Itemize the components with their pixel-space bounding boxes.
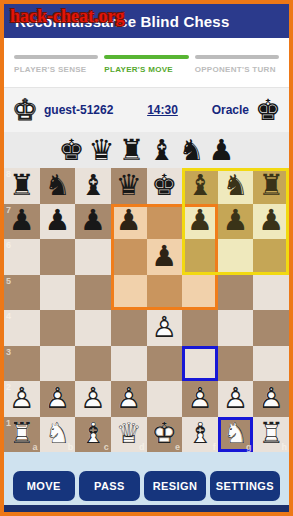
square-c8[interactable]: ♝: [75, 168, 111, 204]
piece-black-queen: ♛: [111, 168, 147, 204]
rank-label-8: 8: [6, 169, 11, 179]
action-panel: MOVE PASS RESIGN SETTINGS: [4, 452, 289, 512]
tray-piece-black-knight[interactable]: ♞: [179, 136, 205, 165]
file-label-h: h: [282, 442, 288, 452]
file-label-a: a: [33, 442, 38, 452]
square-d1[interactable]: ♛♕d: [111, 417, 147, 453]
phase-progress-bar: [14, 55, 98, 59]
pass-button[interactable]: PASS: [79, 471, 141, 501]
file-label-e: e: [175, 442, 180, 452]
square-a6[interactable]: 6: [4, 239, 40, 275]
square-b6[interactable]: [40, 239, 76, 275]
players-bar: ♚ guest-51262 14:30 Oracle ♚: [4, 88, 289, 132]
square-f5[interactable]: [182, 275, 218, 311]
square-b2[interactable]: ♟♙: [40, 381, 76, 417]
square-b3[interactable]: [40, 346, 76, 382]
action-button-row: MOVE PASS RESIGN SETTINGS: [4, 452, 289, 501]
phase-progress-bar: [104, 55, 188, 59]
square-f8[interactable]: ♝: [182, 168, 218, 204]
tray-piece-black-queen[interactable]: ♛: [89, 136, 115, 165]
square-g8[interactable]: ♞: [218, 168, 254, 204]
file-label-d: d: [139, 442, 145, 452]
square-b1[interactable]: ♞♘b: [40, 417, 76, 453]
file-label-c: c: [104, 442, 109, 452]
square-h1[interactable]: ♜♖h: [253, 417, 289, 453]
piece-black-knight: ♞: [40, 168, 76, 204]
square-a2[interactable]: ♟♙2: [4, 381, 40, 417]
bottom-navy-strip: [4, 505, 289, 512]
rank-label-3: 3: [6, 347, 11, 357]
tray-piece-black-bishop[interactable]: ♝: [149, 136, 175, 165]
square-h5[interactable]: [253, 275, 289, 311]
square-c3[interactable]: [75, 346, 111, 382]
square-e5[interactable]: [147, 275, 183, 311]
piece-black-king: ♚: [147, 168, 183, 204]
piece-black-bishop: ♝: [75, 168, 111, 204]
rank-label-5: 5: [6, 276, 11, 286]
tray-piece-black-king[interactable]: ♚: [59, 136, 85, 165]
white-king-icon: ♚: [12, 96, 38, 125]
square-g7[interactable]: ♟: [218, 204, 254, 240]
square-g1[interactable]: ♞♘g: [218, 417, 254, 453]
square-d6[interactable]: [111, 239, 147, 275]
piece-black-rook: ♜: [253, 168, 289, 204]
phase-opponents-turn: OPPONENT'S TURN: [195, 38, 279, 87]
file-label-b: b: [68, 442, 74, 452]
piece-black-pawn: ♟: [111, 204, 147, 240]
turn-phase-indicator: PLAYER'S SENSE PLAYER'S MOVE OPPONENT'S …: [4, 38, 289, 88]
resign-button[interactable]: RESIGN: [144, 471, 206, 501]
piece-white-pawn: ♟♙: [182, 381, 218, 417]
square-e8[interactable]: ♚: [147, 168, 183, 204]
square-b5[interactable]: [40, 275, 76, 311]
square-a1[interactable]: ♜♖1a: [4, 417, 40, 453]
rank-label-2: 2: [6, 382, 11, 392]
square-a5[interactable]: 5: [4, 275, 40, 311]
rank-label-7: 7: [6, 205, 11, 215]
square-c1[interactable]: ♝♗c: [75, 417, 111, 453]
square-f4[interactable]: [182, 310, 218, 346]
move-button[interactable]: MOVE: [13, 471, 75, 501]
app-window: hack-cheat.org Reconnaissance Blind Ches…: [0, 0, 293, 516]
square-d7[interactable]: ♟: [111, 204, 147, 240]
square-d5[interactable]: [111, 275, 147, 311]
rank-label-6: 6: [6, 240, 11, 250]
piece-black-pawn: ♟: [182, 204, 218, 240]
square-g5[interactable]: [218, 275, 254, 311]
piece-black-knight: ♞: [218, 168, 254, 204]
square-e1[interactable]: ♚♔e: [147, 417, 183, 453]
black-player-name: Oracle: [212, 103, 249, 117]
square-a4[interactable]: 4: [4, 310, 40, 346]
square-c5[interactable]: [75, 275, 111, 311]
rank-label-1: 1: [6, 418, 11, 428]
square-a8[interactable]: ♜8: [4, 168, 40, 204]
app-header: Reconnaissance Blind Chess: [4, 4, 289, 38]
square-d4[interactable]: [111, 310, 147, 346]
file-label-f: f: [213, 442, 216, 452]
piece-white-pawn: ♟♙: [75, 381, 111, 417]
phase-players-move: PLAYER'S MOVE: [104, 38, 194, 87]
piece-black-bishop: ♝: [182, 168, 218, 204]
square-g2[interactable]: ♟♙: [218, 381, 254, 417]
square-b7[interactable]: ♟: [40, 204, 76, 240]
game-timer: 14:30: [147, 103, 178, 117]
white-player-name: guest-51262: [44, 103, 113, 117]
square-g3[interactable]: [218, 346, 254, 382]
piece-black-pawn: ♟: [75, 204, 111, 240]
square-h7[interactable]: ♟: [253, 204, 289, 240]
square-h6[interactable]: [253, 239, 289, 275]
square-h4[interactable]: [253, 310, 289, 346]
phase-label: OPPONENT'S TURN: [195, 65, 279, 74]
square-e7[interactable]: [147, 204, 183, 240]
piece-black-pawn: ♟: [147, 239, 183, 275]
square-a3[interactable]: 3: [4, 346, 40, 382]
tray-piece-black-rook[interactable]: ♜: [119, 136, 145, 165]
square-f7[interactable]: ♟: [182, 204, 218, 240]
square-d3[interactable]: [111, 346, 147, 382]
file-label-g: g: [246, 442, 252, 452]
square-e3[interactable]: [147, 346, 183, 382]
piece-black-pawn: ♟: [40, 204, 76, 240]
rank-label-4: 4: [6, 311, 11, 321]
square-b4[interactable]: [40, 310, 76, 346]
square-h8[interactable]: ♜: [253, 168, 289, 204]
square-f3[interactable]: [182, 346, 218, 382]
piece-black-pawn: ♟: [253, 204, 289, 240]
square-d8[interactable]: ♛: [111, 168, 147, 204]
square-d2[interactable]: ♟♙: [111, 381, 147, 417]
phase-progress-bar: [195, 55, 279, 59]
square-g6[interactable]: [218, 239, 254, 275]
piece-white-pawn: ♟♙: [40, 381, 76, 417]
piece-white-pawn: ♟♙: [147, 310, 183, 346]
tray-piece-black-pawn[interactable]: ♟: [209, 136, 235, 165]
square-f6[interactable]: [182, 239, 218, 275]
chess-board: ♜8♞♝♛♚♝♞♜♟7♟♟♟♟♟♟6♟54♟♙3♟♙2♟♙♟♙♟♙♟♙♟♙♟♙♜…: [4, 168, 289, 452]
square-c6[interactable]: [75, 239, 111, 275]
square-c2[interactable]: ♟♙: [75, 381, 111, 417]
square-e4[interactable]: ♟♙: [147, 310, 183, 346]
black-king-icon: ♚: [255, 96, 281, 125]
square-h2[interactable]: ♟♙: [253, 381, 289, 417]
phase-label: PLAYER'S SENSE: [14, 65, 98, 74]
square-a7[interactable]: ♟7: [4, 204, 40, 240]
piece-black-pawn: ♟: [218, 204, 254, 240]
piece-white-pawn: ♟♙: [111, 381, 147, 417]
page-title: Reconnaissance Blind Chess: [4, 13, 229, 30]
piece-white-pawn: ♟♙: [218, 381, 254, 417]
square-f1[interactable]: ♝♗f: [182, 417, 218, 453]
square-h3[interactable]: [253, 346, 289, 382]
square-c7[interactable]: ♟: [75, 204, 111, 240]
settings-button[interactable]: SETTINGS: [210, 471, 280, 501]
square-g4[interactable]: [218, 310, 254, 346]
phase-label: PLAYER'S MOVE: [104, 65, 188, 74]
square-c4[interactable]: [75, 310, 111, 346]
square-b8[interactable]: ♞: [40, 168, 76, 204]
square-e6[interactable]: ♟: [147, 239, 183, 275]
square-e2[interactable]: [147, 381, 183, 417]
black-piece-tray: ♚♛♜♝♞♟: [4, 132, 289, 168]
square-f2[interactable]: ♟♙: [182, 381, 218, 417]
piece-white-pawn: ♟♙: [253, 381, 289, 417]
phase-players-sense: PLAYER'S SENSE: [14, 38, 104, 87]
